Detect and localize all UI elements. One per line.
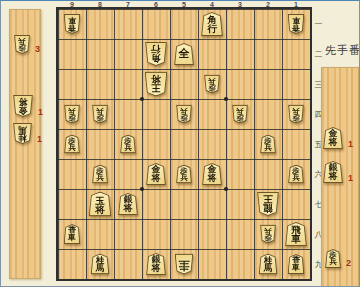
piece-face: 歩兵 (121, 136, 135, 153)
piece-face: 銀将 (324, 162, 342, 182)
star-point (140, 97, 144, 101)
file-label: 8 (86, 1, 114, 9)
shogi-piece-玉将-8七[interactable]: 玉将 (89, 192, 112, 217)
piece-face: 歩兵 (65, 136, 79, 153)
piece-kanji: 全 (179, 48, 190, 59)
piece-kanji: 龍 (263, 204, 273, 214)
piece-kanji: 馬 (96, 264, 105, 273)
piece-face: 桂馬 (260, 255, 277, 274)
piece-body: 桂馬 (259, 254, 278, 275)
piece-face: 桂馬 (14, 124, 31, 143)
piece-body: 金将 (146, 163, 166, 185)
piece-kanji: 兵 (292, 174, 300, 182)
shogi-piece-龍王-2七[interactable]: 龍王 (257, 192, 279, 216)
star-point (224, 97, 228, 101)
hand-count: 1 (348, 139, 353, 149)
hand-entry-銀将: 銀将1 (323, 161, 353, 183)
piece-body: 歩兵 (260, 225, 276, 244)
shogi-piece-歩兵-2五[interactable]: 歩兵 (260, 135, 276, 154)
shogi-piece-王将-6三[interactable]: 王将 (145, 72, 168, 97)
piece-kanji: 兵 (68, 107, 76, 115)
piece-kanji: 兵 (96, 107, 104, 115)
shogi-piece-金将[interactable]: 金将 (13, 95, 33, 117)
piece-body: 角行 (145, 42, 167, 66)
shogi-piece-桂馬-2九[interactable]: 桂馬 (259, 254, 278, 275)
piece-kanji: 兵 (124, 144, 132, 152)
piece-kanji: 金 (19, 106, 28, 115)
shogi-piece-金将-6六[interactable]: 金将 (146, 163, 166, 185)
piece-body: 歩兵 (232, 105, 248, 124)
shogi-piece-角行-6二[interactable]: 角行 (145, 42, 167, 66)
piece-body: 龍王 (257, 192, 279, 216)
piece-kanji: 兵 (180, 107, 188, 115)
shogi-piece-銀将-7七[interactable]: 銀将 (118, 193, 138, 215)
piece-body: 歩兵 (92, 105, 108, 124)
hand-count: 1 (37, 134, 42, 144)
piece-face: 歩兵 (233, 106, 247, 123)
piece-kanji: 王 (151, 83, 161, 93)
hand-entry-金将: 金将1 (323, 127, 353, 149)
piece-face: 歩兵 (326, 250, 340, 267)
piece-body: 歩兵 (64, 135, 80, 154)
piece-kanji: 車 (291, 234, 301, 244)
file-label: 9 (58, 1, 86, 9)
shogi-piece-歩兵-1四[interactable]: 歩兵 (288, 105, 304, 124)
shogi-piece-飛車-1八[interactable]: 飛車 (285, 222, 307, 246)
shogi-piece-角行-4一[interactable]: 角行 (201, 12, 223, 36)
file-label: 2 (254, 1, 282, 9)
piece-kanji: 車 (68, 234, 76, 242)
piece-body: 金将 (323, 127, 343, 149)
piece-kanji: 車 (68, 16, 76, 24)
piece-body: 歩兵 (120, 135, 136, 154)
piece-face: 歩兵 (177, 106, 191, 123)
rank-label: 二 (312, 39, 325, 69)
piece-kanji: 兵 (264, 144, 272, 152)
shogi-piece-歩兵-4三[interactable]: 歩兵 (204, 75, 220, 94)
piece-body: 銀将 (323, 161, 343, 183)
piece-body: 飛車 (285, 222, 307, 246)
piece-kanji: 桂 (18, 134, 27, 143)
piece-face: 金将 (324, 128, 342, 148)
piece-kanji: 兵 (292, 107, 300, 115)
shogi-piece-歩兵-5四[interactable]: 歩兵 (176, 105, 192, 124)
shogi-piece-香車-1一[interactable]: 香車 (288, 14, 305, 34)
piece-body: 歩兵 (176, 105, 192, 124)
piece-kanji: 兵 (208, 77, 216, 85)
piece-kanji: 車 (292, 16, 300, 24)
piece-face: 全 (175, 44, 193, 64)
piece-kanji: 歩 (208, 84, 216, 92)
file-label: 5 (170, 1, 198, 9)
piece-face: 歩兵 (93, 106, 107, 123)
piece-kanji: 香 (68, 24, 76, 32)
piece-kanji: 将 (329, 138, 338, 147)
piece-kanji: 将 (95, 205, 105, 215)
shogi-piece-銀将-6九[interactable]: 銀将 (146, 253, 166, 275)
piece-body: 角行 (201, 12, 223, 36)
piece-body: 歩兵 (92, 165, 108, 184)
piece-body: 銀将 (146, 253, 166, 275)
piece-body: 歩兵 (204, 75, 220, 94)
piece-face: 歩兵 (289, 166, 303, 183)
shogi-piece-金将-4六[interactable]: 金将 (202, 163, 222, 185)
piece-face: 桂馬 (92, 255, 109, 274)
shogi-piece-銀将[interactable]: 銀将 (323, 161, 343, 183)
piece-kanji: 兵 (68, 144, 76, 152)
piece-face: 龍王 (258, 193, 278, 215)
piece-kanji: 歩 (96, 114, 104, 122)
shogi-piece-歩兵-1六[interactable]: 歩兵 (288, 165, 304, 184)
shogi-piece-桂馬[interactable]: 桂馬 (13, 123, 32, 144)
piece-body: 銀将 (118, 193, 138, 215)
piece-body: 香車 (64, 224, 81, 244)
piece-body: 香車 (288, 14, 305, 34)
piece-kanji: 将 (152, 174, 161, 183)
piece-body: 歩兵 (288, 105, 304, 124)
piece-body: 歩兵 (64, 105, 80, 124)
shogi-diagram: 987654321 香車角行香車角行全王将歩兵歩兵歩兵歩兵歩兵歩兵歩兵歩兵歩兵歩… (0, 0, 360, 287)
piece-body: 玉将 (89, 192, 112, 217)
piece-kanji: 兵 (329, 258, 337, 266)
hand-count: 1 (38, 107, 43, 117)
shogi-board[interactable]: 香車角行香車角行全王将歩兵歩兵歩兵歩兵歩兵歩兵歩兵歩兵歩兵歩兵金将歩兵金将歩兵玉… (58, 9, 310, 279)
piece-face: 金将 (147, 164, 165, 184)
piece-kanji: 兵 (264, 227, 272, 235)
hand-count: 1 (348, 173, 353, 183)
piece-kanji: 兵 (18, 37, 26, 45)
piece-face: 歩兵 (261, 136, 275, 153)
piece-face: 歩兵 (65, 106, 79, 123)
piece-kanji: 香 (292, 24, 300, 32)
piece-face: 歩兵 (261, 226, 275, 243)
piece-face: 歩兵 (289, 106, 303, 123)
piece-body: 桂馬 (91, 254, 110, 275)
shogi-piece-歩兵[interactable]: 歩兵 (325, 249, 341, 268)
shogi-piece-歩兵-3四[interactable]: 歩兵 (232, 105, 248, 124)
piece-kanji: 車 (292, 264, 300, 272)
piece-body: 歩兵 (260, 135, 276, 154)
shogi-piece-桂馬-8九[interactable]: 桂馬 (91, 254, 110, 275)
hand-entry-桂馬: 桂馬1 (13, 123, 42, 144)
shogi-piece-歩兵-5六[interactable]: 歩兵 (176, 165, 192, 184)
shogi-piece-香車-9一[interactable]: 香車 (64, 14, 81, 34)
shogi-piece-歩兵-2八[interactable]: 歩兵 (260, 225, 276, 244)
piece-kanji: 歩 (292, 114, 300, 122)
shogi-piece-金将[interactable]: 金将 (323, 127, 343, 149)
piece-kanji: 将 (208, 174, 217, 183)
piece-body: 歩兵 (176, 165, 192, 184)
piece-body: 香車 (288, 254, 305, 274)
shogi-piece-歩兵-9五[interactable]: 歩兵 (64, 135, 80, 154)
shogi-piece-歩兵-8六[interactable]: 歩兵 (92, 165, 108, 184)
piece-kanji: 馬 (264, 264, 273, 273)
piece-kanji: 歩 (264, 234, 272, 242)
piece-body: 歩兵 (288, 165, 304, 184)
piece-kanji: 圭 (179, 259, 190, 270)
turn-indicator: 先手番 (325, 43, 360, 58)
piece-face: 歩兵 (205, 76, 219, 93)
piece-kanji: 将 (152, 264, 161, 273)
file-label: 4 (198, 1, 226, 9)
shogi-piece-歩兵-9四[interactable]: 歩兵 (64, 105, 80, 124)
piece-body: 金将 (13, 95, 33, 117)
star-point (140, 187, 144, 191)
piece-face: 銀将 (119, 194, 137, 214)
piece-body: 桂馬 (13, 123, 32, 144)
shogi-piece-歩兵-7五[interactable]: 歩兵 (120, 135, 136, 154)
piece-face: 圭 (176, 255, 193, 274)
hand-count: 3 (35, 44, 40, 54)
piece-face: 銀将 (147, 254, 165, 274)
hand-entry-歩兵: 歩兵3 (14, 35, 40, 54)
piece-body: 全 (174, 43, 194, 65)
piece-face: 香車 (289, 15, 304, 33)
piece-face: 角行 (146, 43, 166, 65)
shogi-piece-歩兵[interactable]: 歩兵 (14, 35, 30, 54)
file-label: 7 (114, 1, 142, 9)
piece-kanji: 角 (151, 54, 161, 64)
hand-entry-金将: 金将1 (13, 95, 43, 117)
shogi-piece-圭-5九[interactable]: 圭 (175, 254, 194, 275)
piece-face: 角行 (202, 13, 222, 35)
hand-entry-歩兵: 歩兵2 (325, 249, 351, 268)
piece-face: 歩兵 (93, 166, 107, 183)
piece-face: 金将 (203, 164, 221, 184)
rank-label: 一 (312, 9, 325, 39)
piece-kanji: 歩 (18, 45, 26, 53)
piece-face: 歩兵 (177, 166, 191, 183)
piece-face: 王将 (146, 73, 167, 96)
star-point (224, 187, 228, 191)
shogi-piece-歩兵-8四[interactable]: 歩兵 (92, 105, 108, 124)
hand-count: 2 (346, 258, 351, 268)
piece-kanji: 兵 (236, 107, 244, 115)
file-labels: 987654321 (58, 1, 310, 9)
piece-body: 金将 (202, 163, 222, 185)
piece-body: 歩兵 (325, 249, 341, 268)
piece-kanji: 歩 (180, 114, 188, 122)
shogi-piece-全-5二[interactable]: 全 (174, 43, 194, 65)
piece-kanji: 行 (207, 24, 217, 34)
piece-kanji: 将 (124, 204, 133, 213)
piece-body: 圭 (175, 254, 194, 275)
file-label: 1 (282, 1, 310, 9)
piece-kanji: 歩 (68, 114, 76, 122)
piece-face: 飛車 (286, 223, 306, 245)
piece-kanji: 将 (19, 97, 28, 106)
piece-face: 歩兵 (15, 36, 29, 53)
file-label: 3 (226, 1, 254, 9)
piece-face: 玉将 (90, 193, 111, 216)
piece-kanji: 歩 (236, 114, 244, 122)
piece-face: 香車 (65, 225, 80, 243)
piece-body: 香車 (64, 14, 81, 34)
piece-kanji: 兵 (180, 174, 188, 182)
file-label: 6 (142, 1, 170, 9)
piece-kanji: 将 (329, 172, 338, 181)
piece-face: 香車 (289, 255, 304, 273)
piece-kanji: 兵 (96, 174, 104, 182)
shogi-piece-香車-9八[interactable]: 香車 (64, 224, 81, 244)
piece-face: 金将 (14, 96, 32, 116)
piece-kanji: 王 (263, 194, 273, 204)
piece-kanji: 馬 (18, 125, 27, 134)
piece-body: 王将 (145, 72, 168, 97)
piece-face: 香車 (65, 15, 80, 33)
piece-kanji: 行 (151, 44, 161, 54)
shogi-piece-香車-1九[interactable]: 香車 (288, 254, 305, 274)
piece-body: 歩兵 (14, 35, 30, 54)
piece-kanji: 将 (151, 74, 161, 84)
